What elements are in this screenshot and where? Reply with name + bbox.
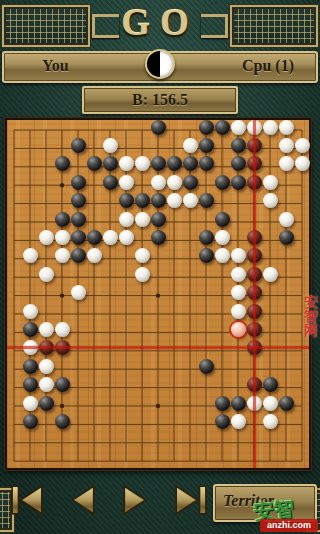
previous-move-button[interactable] xyxy=(60,482,104,518)
stone-black xyxy=(103,175,118,190)
stone-black xyxy=(199,359,214,374)
stone-white xyxy=(135,248,150,263)
stone-black xyxy=(71,248,86,263)
stone-white xyxy=(151,175,166,190)
stone-white xyxy=(263,175,278,190)
stone-white xyxy=(23,396,38,411)
stone-white xyxy=(119,156,134,171)
stone-white xyxy=(215,230,230,245)
stone-black xyxy=(279,396,294,411)
stone-black xyxy=(231,156,246,171)
score-plaque: B: 156.5 xyxy=(82,86,238,114)
stone-white xyxy=(71,285,86,300)
player-cpu-label: Cpu (1) xyxy=(242,57,294,75)
stone-white xyxy=(231,304,246,319)
stone-black xyxy=(199,193,214,208)
stone-black xyxy=(215,396,230,411)
stone-white xyxy=(39,230,54,245)
stone-white xyxy=(167,193,182,208)
stone-white xyxy=(231,120,246,135)
stone-black xyxy=(199,230,214,245)
stone-white xyxy=(103,230,118,245)
watermark-badge: anzhi.com xyxy=(260,519,318,532)
stone-black xyxy=(231,396,246,411)
next-move-button[interactable] xyxy=(114,482,158,518)
stone-black xyxy=(151,230,166,245)
stone-white xyxy=(183,138,198,153)
go-board[interactable] xyxy=(5,118,311,470)
stone-white xyxy=(183,193,198,208)
stone-white xyxy=(135,267,150,282)
stone-white xyxy=(23,304,38,319)
stone-white xyxy=(23,248,38,263)
last-move-crosshair-horizontal xyxy=(7,346,309,349)
stone-black xyxy=(119,193,134,208)
stone-black xyxy=(55,156,70,171)
player-bar: You Cpu (1) xyxy=(2,51,318,83)
turn-indicator-icon xyxy=(145,49,175,79)
first-move-button[interactable] xyxy=(6,482,50,518)
stone-black xyxy=(135,193,150,208)
stone-black xyxy=(183,156,198,171)
stone-black xyxy=(55,414,70,429)
stone-black xyxy=(215,175,230,190)
stone-white xyxy=(263,414,278,429)
stone-white xyxy=(119,230,134,245)
stone-white xyxy=(263,193,278,208)
page-title: GO xyxy=(0,1,320,44)
stone-white xyxy=(231,414,246,429)
stone-white xyxy=(39,267,54,282)
stone-black xyxy=(215,120,230,135)
stone-black xyxy=(231,175,246,190)
stone-black xyxy=(199,248,214,263)
stone-black xyxy=(215,414,230,429)
stone-white xyxy=(231,285,246,300)
stone-white xyxy=(135,212,150,227)
last-move-crosshair-vertical xyxy=(253,120,256,468)
stone-white xyxy=(167,175,182,190)
stone-black xyxy=(199,156,214,171)
stone-white xyxy=(55,248,70,263)
stone-white xyxy=(263,120,278,135)
stone-black xyxy=(39,396,54,411)
stone-black xyxy=(151,193,166,208)
stone-white xyxy=(39,322,54,337)
stone-black xyxy=(151,212,166,227)
stone-white xyxy=(39,377,54,392)
stone-black xyxy=(199,138,214,153)
stone-black xyxy=(71,230,86,245)
stone-black xyxy=(151,156,166,171)
stone-black xyxy=(231,138,246,153)
stone-black xyxy=(167,156,182,171)
stone-white xyxy=(39,359,54,374)
stone-black xyxy=(103,156,118,171)
stone-black xyxy=(263,377,278,392)
app-screen: GO You Cpu (1) B: 156.5 xyxy=(0,0,320,534)
stone-black xyxy=(151,120,166,135)
stone-white xyxy=(295,138,310,153)
stone-black xyxy=(87,230,102,245)
stone-black xyxy=(55,377,70,392)
stone-black xyxy=(23,359,38,374)
stone-white xyxy=(135,156,150,171)
player-you-label: You xyxy=(42,57,69,75)
stone-white xyxy=(119,175,134,190)
stone-white xyxy=(263,267,278,282)
stone-black xyxy=(71,175,86,190)
stone-white xyxy=(279,156,294,171)
stone-black xyxy=(183,175,198,190)
stone-last-move xyxy=(231,322,246,337)
stone-black xyxy=(279,230,294,245)
stone-white xyxy=(295,156,310,171)
stone-black xyxy=(71,138,86,153)
stone-white xyxy=(231,248,246,263)
stone-white xyxy=(263,396,278,411)
stone-black xyxy=(55,212,70,227)
stone-black xyxy=(23,322,38,337)
watermark-side-text: 安智网 xyxy=(302,295,320,337)
stone-black xyxy=(23,377,38,392)
stone-black xyxy=(215,212,230,227)
stone-white xyxy=(119,212,134,227)
stone-white xyxy=(279,120,294,135)
stone-white xyxy=(55,230,70,245)
stone-white xyxy=(103,138,118,153)
stone-white xyxy=(279,138,294,153)
stone-white xyxy=(87,248,102,263)
last-move-button[interactable] xyxy=(168,482,212,518)
stone-white xyxy=(279,212,294,227)
stone-black xyxy=(199,120,214,135)
stone-black xyxy=(71,193,86,208)
stone-white xyxy=(215,248,230,263)
stone-white xyxy=(55,322,70,337)
stone-black xyxy=(87,156,102,171)
stone-black xyxy=(23,414,38,429)
stone-black xyxy=(71,212,86,227)
score-value: B: 156.5 xyxy=(132,91,188,108)
stone-white xyxy=(231,267,246,282)
